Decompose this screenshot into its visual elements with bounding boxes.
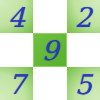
cell-r2c3[interactable] <box>67 33 100 66</box>
cell-r3c1[interactable]: 7 <box>0 67 33 100</box>
cell-r3c3[interactable]: 5 <box>67 67 100 100</box>
cell-r3c2[interactable] <box>33 67 66 100</box>
cell-r1c3[interactable]: 2 <box>67 0 100 33</box>
cell-r2c1[interactable] <box>0 33 33 66</box>
puzzle-grid: 4 2 9 7 5 <box>0 0 100 100</box>
cell-r1c1[interactable]: 4 <box>0 0 33 33</box>
cell-r1c2[interactable] <box>33 0 66 33</box>
cell-r2c2[interactable]: 9 <box>33 33 66 66</box>
